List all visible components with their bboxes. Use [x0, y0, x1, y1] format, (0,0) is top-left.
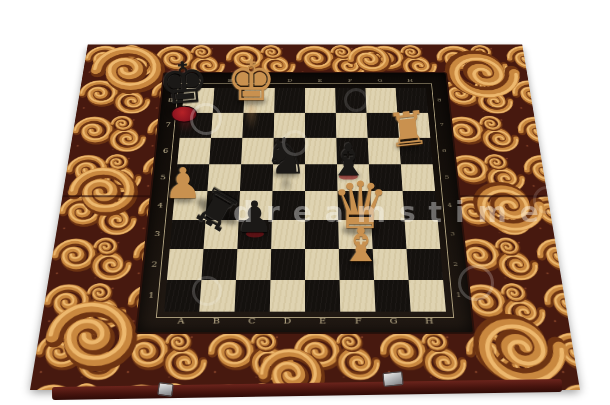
square-d4 [272, 191, 305, 219]
square-b4 [205, 191, 239, 219]
square-h8 [396, 88, 428, 112]
square-a1 [164, 280, 201, 312]
playing-grid [164, 88, 446, 312]
square-a5 [175, 164, 209, 191]
square-d8 [274, 88, 305, 112]
square-a7 [180, 112, 213, 137]
square-d2 [270, 249, 305, 280]
square-f1 [340, 280, 376, 312]
square-c6 [241, 138, 274, 164]
square-b6 [209, 138, 242, 164]
square-d6 [273, 138, 305, 164]
square-c2 [236, 249, 271, 280]
square-g3 [371, 220, 406, 249]
square-f4 [338, 191, 372, 219]
square-a2 [167, 249, 204, 280]
rank-label-right-3: 3 [450, 231, 455, 237]
file-label-top-c: C [257, 78, 262, 83]
rank-label-right-4: 4 [447, 203, 452, 208]
folding-seam-right [458, 195, 547, 197]
square-c7 [242, 112, 274, 137]
file-label-top-a: A [197, 78, 202, 83]
square-h2 [406, 249, 443, 280]
square-f6 [336, 138, 369, 164]
square-e4 [305, 191, 338, 219]
file-label-top-b: B [227, 78, 232, 83]
rank-label-left-3: 3 [154, 231, 160, 238]
square-e3 [305, 220, 339, 249]
rank-label-right-5: 5 [444, 175, 449, 180]
square-a3 [170, 220, 206, 249]
square-g1 [374, 280, 411, 312]
square-h3 [405, 220, 441, 249]
square-g5 [369, 164, 403, 191]
square-e7 [305, 112, 336, 137]
file-label-top-d: D [287, 78, 292, 83]
rank-label-right-6: 6 [442, 148, 447, 153]
square-c4 [239, 191, 273, 219]
file-label-top-e: E [318, 78, 323, 83]
rank-label-right-2: 2 [453, 261, 458, 267]
square-e5 [305, 164, 338, 191]
square-b5 [207, 164, 241, 191]
board-insert: AABBCCDDEEFFGGHH8877665544332211 [137, 73, 473, 332]
file-label-bottom-h: H [425, 317, 434, 325]
square-g6 [368, 138, 401, 164]
square-b8 [213, 88, 245, 112]
square-h7 [397, 112, 430, 137]
rank-label-right-7: 7 [439, 123, 444, 128]
rank-label-left-7: 7 [165, 122, 171, 128]
file-label-bottom-e: E [319, 317, 326, 325]
rank-label-left-6: 6 [163, 148, 169, 154]
rank-label-right-1: 1 [456, 292, 461, 298]
square-g8 [365, 88, 397, 112]
square-d7 [274, 112, 305, 137]
square-h6 [399, 138, 433, 164]
square-a6 [177, 138, 211, 164]
file-label-bottom-f: F [355, 317, 362, 325]
square-a8 [182, 88, 214, 112]
square-b1 [199, 280, 236, 312]
square-f3 [338, 220, 372, 249]
square-h4 [403, 191, 438, 219]
square-c1 [235, 280, 271, 312]
square-g2 [373, 249, 409, 280]
square-a4 [172, 191, 207, 219]
square-f8 [335, 88, 366, 112]
square-d3 [271, 220, 305, 249]
square-f7 [336, 112, 368, 137]
square-c8 [243, 88, 274, 112]
chess-box-board: AABBCCDDEEFFGGHH8877665544332211 [30, 44, 580, 390]
file-label-top-h: H [407, 78, 413, 83]
square-g7 [367, 112, 399, 137]
square-d1 [270, 280, 305, 312]
metal-latch-right [382, 371, 403, 387]
file-label-top-f: F [348, 78, 353, 83]
square-c5 [240, 164, 273, 191]
square-b3 [204, 220, 239, 249]
square-f2 [339, 249, 374, 280]
file-label-bottom-d: D [283, 317, 291, 325]
rank-label-left-4: 4 [157, 202, 163, 209]
file-label-top-g: G [377, 78, 382, 83]
rank-label-left-8: 8 [168, 97, 174, 103]
square-e2 [305, 249, 340, 280]
square-e1 [305, 280, 340, 312]
folding-seam-left [62, 195, 151, 197]
square-f5 [337, 164, 370, 191]
rank-label-left-1: 1 [148, 292, 155, 300]
square-d5 [272, 164, 305, 191]
square-c3 [237, 220, 271, 249]
metal-latch-left [157, 382, 174, 397]
square-e6 [305, 138, 337, 164]
square-h5 [401, 164, 435, 191]
file-label-bottom-g: G [390, 317, 398, 325]
file-label-bottom-c: C [248, 317, 256, 325]
square-e8 [305, 88, 336, 112]
file-label-bottom-b: B [213, 317, 220, 325]
rank-label-right-8: 8 [437, 98, 442, 103]
square-h1 [409, 280, 446, 312]
square-b7 [211, 112, 243, 137]
square-g4 [370, 191, 404, 219]
file-label-bottom-a: A [177, 317, 185, 325]
photo-stage: AABBCCDDEEFFGGHH8877665544332211 ♚♚♜♞♝♟♜… [0, 0, 610, 405]
square-b2 [201, 249, 237, 280]
rank-label-left-5: 5 [160, 174, 166, 181]
rank-label-left-2: 2 [151, 261, 158, 268]
